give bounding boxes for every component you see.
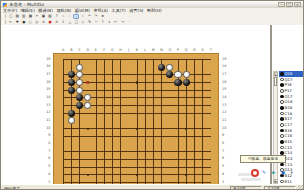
- menu-item-1[interactable]: 编辑(E): [21, 8, 35, 13]
- stone-Q16-black[interactable]: [183, 79, 190, 86]
- white-stone-icon: [280, 123, 284, 127]
- coord-label: 10: [41, 125, 52, 133]
- copy-button[interactable]: ▣: [40, 14, 46, 19]
- coord-label: 11: [41, 117, 52, 125]
- line-tool[interactable]: ─: [93, 20, 99, 25]
- coord-label: 18: [41, 63, 52, 71]
- print-button[interactable]: ▦: [27, 14, 33, 19]
- coord-label: 5: [41, 163, 52, 171]
- coord-label: 15: [41, 86, 52, 94]
- white-stone-tool[interactable]: ○: [27, 20, 33, 25]
- app-icon: [3, 3, 7, 7]
- coord-label: 7: [221, 148, 232, 156]
- coord-label: 5: [221, 163, 232, 171]
- coords-left: 19181716151413121110987654321: [41, 56, 52, 190]
- coord-label: 8: [221, 140, 232, 148]
- coord-label: H: [116, 49, 124, 53]
- undo-button[interactable]: ↶: [86, 14, 92, 19]
- star-point: [136, 174, 138, 176]
- white-stone-icon: [280, 180, 284, 184]
- coord-label: O: [166, 49, 174, 53]
- scroll-down-icon[interactable]: ▼: [274, 179, 278, 183]
- more-icon[interactable]: ▾: [291, 170, 293, 175]
- stone-P17-white[interactable]: [174, 71, 181, 78]
- board-grid[interactable]: [59, 56, 215, 191]
- stone-B12-black[interactable]: [68, 110, 75, 117]
- menu-item-5[interactable]: 变化(A): [93, 8, 108, 13]
- menu-item-8[interactable]: 帮助(H): [147, 8, 162, 13]
- white-stone-icon: [280, 112, 284, 116]
- coord-label: J: [125, 49, 133, 53]
- nav-last-button[interactable]: »: [80, 14, 86, 19]
- scrollbar-thumb[interactable]: [274, 77, 278, 86]
- erase-tool[interactable]: ✕: [40, 20, 46, 25]
- watermark-smudge: [241, 178, 261, 181]
- coord-label: N: [157, 49, 165, 53]
- arrow-left-button[interactable]: ←: [113, 20, 119, 25]
- stone-N18-black[interactable]: [158, 64, 165, 71]
- black-stone-icon: [280, 117, 284, 121]
- arrow-right-button[interactable]: →: [119, 20, 125, 25]
- help-button[interactable]: ?: [54, 14, 60, 19]
- pencil-icon[interactable]: ✎: [262, 170, 266, 175]
- nav-next-button[interactable]: ›: [73, 14, 79, 19]
- status-text: 编辑模式: [4, 186, 230, 191]
- capture-icon[interactable]: ▣: [281, 170, 285, 175]
- open-file-button[interactable]: ▤: [14, 14, 20, 19]
- window-title: 未命名 - MultiGo: [9, 2, 278, 7]
- star-point: [87, 128, 89, 130]
- minimize-button[interactable]: ─: [278, 2, 285, 7]
- menu-item-0[interactable]: 文件(F): [3, 8, 17, 13]
- coord-label: 9: [41, 132, 52, 140]
- ko-marker-tool[interactable]: ◎: [34, 20, 40, 25]
- coord-label: A: [59, 49, 67, 53]
- black-stone-icon: [280, 129, 284, 133]
- coord-label: 6: [41, 155, 52, 163]
- coord-label: G: [108, 49, 116, 53]
- coord-label: 15: [221, 86, 232, 94]
- coord-label: S: [198, 49, 206, 53]
- black-stone-icon: [280, 140, 284, 144]
- status-field-1: 共20手: [264, 186, 296, 191]
- arrow-up-button[interactable]: ↑: [100, 20, 106, 25]
- maximize-button[interactable]: □: [286, 2, 293, 7]
- black-stone-icon: [280, 95, 284, 99]
- application-window: 未命名 - MultiGo ─ □ ✕ 文件(F)编辑(E)棋谱(B)导航(N)…: [0, 0, 304, 190]
- coord-label: 14: [41, 94, 52, 102]
- black-stone-icon: [280, 163, 284, 167]
- cut-button[interactable]: ✂: [34, 14, 40, 19]
- pen-tool[interactable]: ✎: [86, 20, 92, 25]
- stone-B15-black[interactable]: [68, 87, 75, 94]
- stone-O18-white[interactable]: [166, 64, 173, 71]
- tree-scrollbar[interactable]: ▲ ▼: [273, 71, 278, 184]
- coord-label: 4: [221, 171, 232, 179]
- black-stone-icon: [280, 83, 284, 87]
- coords-right: 19181716151413121110987654321: [221, 56, 232, 190]
- marker-icon[interactable]: ◈: [272, 170, 276, 175]
- black-stone-tool[interactable]: ●: [21, 20, 27, 25]
- record-icon[interactable]: [251, 169, 259, 177]
- scroll-up-icon[interactable]: ▲: [274, 72, 278, 76]
- coord-label: 17: [221, 71, 232, 79]
- new-file-button[interactable]: ▢: [8, 14, 14, 19]
- coord-label: Q: [182, 49, 190, 53]
- coord-label: R: [190, 49, 198, 53]
- coord-label: 9: [221, 132, 232, 140]
- coord-label: 19: [221, 56, 232, 64]
- menu-item-7[interactable]: 设置(S): [129, 8, 143, 13]
- menu-item-4[interactable]: 标记(M): [75, 8, 90, 13]
- coord-label: 12: [41, 109, 52, 117]
- white-stone-icon: [280, 146, 284, 150]
- coord-label: 6: [221, 155, 232, 163]
- coord-label: 16: [221, 79, 232, 87]
- diamond-mark-tool[interactable]: ◇: [80, 20, 86, 25]
- paste-button[interactable]: ▧: [47, 14, 53, 19]
- stone-P16-black[interactable]: [174, 79, 181, 86]
- coord-label: F: [100, 49, 108, 53]
- close-button[interactable]: ✕: [294, 2, 301, 7]
- coord-label: B: [67, 49, 75, 53]
- coord-label: 13: [221, 102, 232, 110]
- star-point: [185, 128, 187, 130]
- black-stone-icon: [280, 72, 284, 76]
- square-mark-tool[interactable]: □: [73, 20, 79, 25]
- coord-label: 4: [41, 171, 52, 179]
- number-label-tool[interactable]: 1: [60, 20, 66, 25]
- coords-top: ABCDEFGHJKLMNOPQRST: [59, 49, 215, 53]
- coord-label: 18: [221, 63, 232, 71]
- board-lattice: [63, 59, 212, 190]
- coord-label: T: [207, 49, 215, 53]
- coord-label: C: [75, 49, 83, 53]
- status-fields: 第20手共20手: [230, 186, 298, 191]
- resize-grip[interactable]: [298, 185, 304, 190]
- coord-label: 7: [41, 148, 52, 156]
- nav-first-button[interactable]: «: [60, 14, 66, 19]
- coord-label: M: [149, 49, 157, 53]
- coord-label: 16: [41, 79, 52, 87]
- stone-Q17-white[interactable]: [183, 71, 190, 78]
- red-marker: [86, 81, 89, 84]
- toolbar-grip: [2, 20, 6, 24]
- board-pane: ABCDEFGHJKLMNOPQRST ABCDEFGHJKLMNOPQRST …: [1, 25, 270, 184]
- triangle-mark-tool[interactable]: △: [67, 20, 73, 25]
- coord-label: 17: [41, 71, 52, 79]
- coord-label: 8: [41, 140, 52, 148]
- coord-label: 12: [221, 109, 232, 117]
- stone-C18-white[interactable]: [76, 64, 83, 71]
- coord-label: D: [84, 49, 92, 53]
- redo-button[interactable]: ↷: [93, 14, 99, 19]
- stone-B16-black[interactable]: [68, 79, 75, 86]
- coord-label: 19: [41, 56, 52, 64]
- white-stone-icon: [280, 134, 284, 138]
- coord-label: 10: [221, 125, 232, 133]
- coord-label: P: [174, 49, 182, 53]
- coord-label: 14: [221, 94, 232, 102]
- current-color-indicator[interactable]: ●: [47, 20, 53, 25]
- black-stone-icon: [280, 106, 284, 110]
- white-stone-icon: [280, 78, 284, 82]
- coord-label: E: [92, 49, 100, 53]
- letter-label-tool[interactable]: A: [54, 20, 60, 25]
- star-point: [136, 81, 138, 83]
- save-button[interactable]: ▥: [21, 14, 27, 19]
- stone-C15-white[interactable]: [76, 87, 83, 94]
- move-list: Q16Q17P16P17O17O18N18C18B17C17B16C16B15C…: [279, 71, 305, 184]
- star-point: [136, 128, 138, 130]
- nav-prev-button[interactable]: ‹: [67, 14, 73, 19]
- menu-item-3[interactable]: 导航(N): [56, 8, 71, 13]
- coord-label: 11: [221, 117, 232, 125]
- bookmark-button[interactable]: ★: [100, 14, 106, 19]
- coord-label: K: [133, 49, 141, 53]
- arrow-down-button[interactable]: ↓: [106, 20, 112, 25]
- coord-label: 13: [41, 102, 52, 110]
- toolbar-grip: [2, 14, 6, 18]
- tooltip: 小棋盘，棋盘搜索: [240, 155, 286, 163]
- more-tools-button[interactable]: ⋯: [126, 20, 132, 25]
- status-bar: 编辑模式 第20手共20手: [1, 184, 304, 190]
- menu-item-2[interactable]: 棋谱(B): [38, 8, 53, 13]
- select-tool[interactable]: ↖: [8, 20, 14, 25]
- status-field-0: 第20手: [230, 186, 262, 191]
- star-point: [87, 174, 89, 176]
- coord-label: L: [141, 49, 149, 53]
- menu-item-6[interactable]: 工具(T): [111, 8, 125, 13]
- white-stone-icon: [280, 100, 284, 104]
- add-move-tool[interactable]: ✚: [14, 20, 20, 25]
- white-stone-icon: [280, 89, 284, 93]
